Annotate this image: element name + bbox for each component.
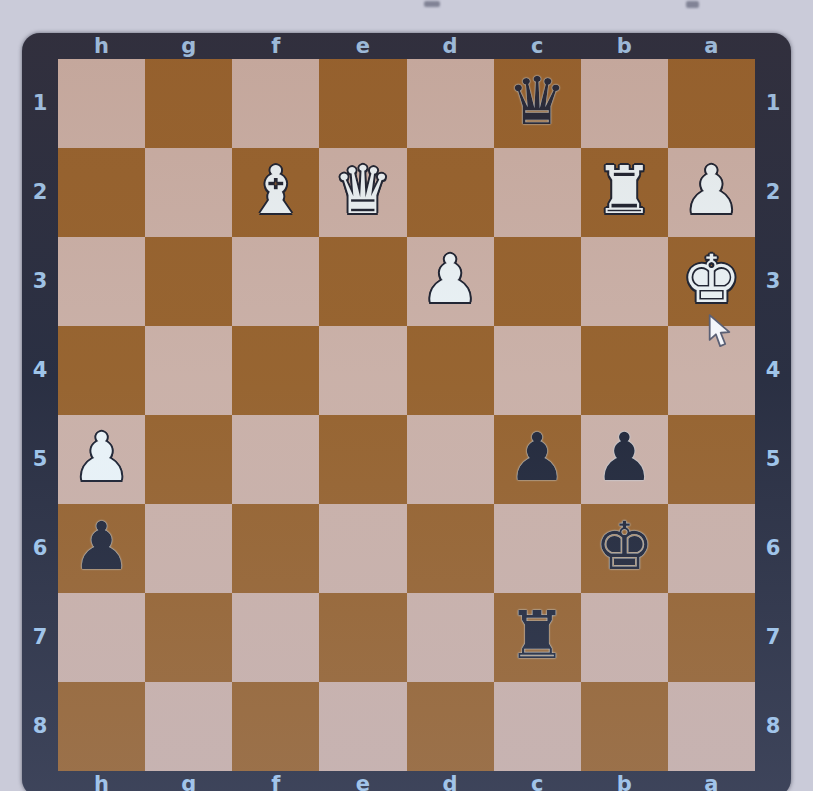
square-e4[interactable]	[319, 326, 406, 415]
file-label-bottom-d: d	[407, 771, 494, 791]
white-bishop-f2[interactable]: ♝	[246, 158, 305, 224]
board-grid: hhggffeeddccbbaa1122334455667788♛♝♛♜♟♟♚♟…	[22, 33, 791, 791]
square-d5[interactable]	[407, 415, 494, 504]
rank-label-left-7: 7	[22, 593, 58, 682]
rank-label-left-2: 2	[22, 148, 58, 237]
square-e5[interactable]	[319, 415, 406, 504]
file-label-top-a: a	[668, 33, 755, 59]
square-b4[interactable]	[581, 326, 668, 415]
square-c6[interactable]	[494, 504, 581, 593]
rank-label-left-4: 4	[22, 326, 58, 415]
cropped-text-fragment	[424, 1, 440, 7]
square-a6[interactable]	[668, 504, 755, 593]
square-c4[interactable]	[494, 326, 581, 415]
file-label-bottom-a: a	[668, 771, 755, 791]
square-h8[interactable]	[58, 682, 145, 771]
rank-label-right-7: 7	[755, 593, 791, 682]
square-e2[interactable]: ♛	[319, 148, 406, 237]
square-e7[interactable]	[319, 593, 406, 682]
square-h7[interactable]	[58, 593, 145, 682]
rank-label-left-5: 5	[22, 415, 58, 504]
square-g5[interactable]	[145, 415, 232, 504]
black-queen-c1[interactable]: ♛	[508, 69, 567, 135]
file-label-bottom-c: c	[494, 771, 581, 791]
square-f7[interactable]	[232, 593, 319, 682]
square-b5[interactable]: ♟	[581, 415, 668, 504]
square-a3[interactable]: ♚	[668, 237, 755, 326]
square-g3[interactable]	[145, 237, 232, 326]
square-d3[interactable]: ♟	[407, 237, 494, 326]
square-b3[interactable]	[581, 237, 668, 326]
rank-label-right-2: 2	[755, 148, 791, 237]
square-b2[interactable]: ♜	[581, 148, 668, 237]
square-g6[interactable]	[145, 504, 232, 593]
black-pawn-b5[interactable]: ♟	[595, 425, 654, 491]
file-label-top-c: c	[494, 33, 581, 59]
rank-label-left-3: 3	[22, 237, 58, 326]
square-h6[interactable]: ♟	[58, 504, 145, 593]
square-h3[interactable]	[58, 237, 145, 326]
square-d2[interactable]	[407, 148, 494, 237]
square-c5[interactable]: ♟	[494, 415, 581, 504]
square-b6[interactable]: ♚	[581, 504, 668, 593]
rank-label-right-8: 8	[755, 682, 791, 771]
square-a5[interactable]	[668, 415, 755, 504]
square-a1[interactable]	[668, 59, 755, 148]
rank-label-left-1: 1	[22, 59, 58, 148]
square-h5[interactable]: ♟	[58, 415, 145, 504]
black-pawn-h6[interactable]: ♟	[72, 514, 131, 580]
white-rook-b2[interactable]: ♜	[595, 158, 654, 224]
chess-board: hhggffeeddccbbaa1122334455667788♛♝♛♜♟♟♚♟…	[22, 33, 791, 791]
square-f3[interactable]	[232, 237, 319, 326]
square-b7[interactable]	[581, 593, 668, 682]
square-f2[interactable]: ♝	[232, 148, 319, 237]
rank-label-right-5: 5	[755, 415, 791, 504]
white-pawn-d3[interactable]: ♟	[420, 247, 479, 313]
white-queen-e2[interactable]: ♛	[333, 158, 392, 224]
file-label-top-d: d	[407, 33, 494, 59]
file-label-top-f: f	[232, 33, 319, 59]
rank-label-right-4: 4	[755, 326, 791, 415]
square-g8[interactable]	[145, 682, 232, 771]
square-e8[interactable]	[319, 682, 406, 771]
rank-label-right-6: 6	[755, 504, 791, 593]
square-d4[interactable]	[407, 326, 494, 415]
square-c8[interactable]	[494, 682, 581, 771]
square-d8[interactable]	[407, 682, 494, 771]
square-c2[interactable]	[494, 148, 581, 237]
cropped-text-fragment	[686, 1, 699, 8]
square-a2[interactable]: ♟	[668, 148, 755, 237]
square-a8[interactable]	[668, 682, 755, 771]
square-e6[interactable]	[319, 504, 406, 593]
black-pawn-c5[interactable]: ♟	[508, 425, 567, 491]
file-label-bottom-f: f	[232, 771, 319, 791]
white-pawn-a2[interactable]: ♟	[682, 158, 741, 224]
rank-label-right-3: 3	[755, 237, 791, 326]
square-a7[interactable]	[668, 593, 755, 682]
file-label-top-g: g	[145, 33, 232, 59]
file-label-bottom-b: b	[581, 771, 668, 791]
square-f4[interactable]	[232, 326, 319, 415]
white-pawn-h5[interactable]: ♟	[72, 425, 131, 491]
rank-label-right-1: 1	[755, 59, 791, 148]
square-e3[interactable]	[319, 237, 406, 326]
square-c7[interactable]: ♜	[494, 593, 581, 682]
file-label-top-e: e	[319, 33, 406, 59]
square-d6[interactable]	[407, 504, 494, 593]
square-d7[interactable]	[407, 593, 494, 682]
square-g4[interactable]	[145, 326, 232, 415]
file-label-top-h: h	[58, 33, 145, 59]
square-f8[interactable]	[232, 682, 319, 771]
square-a4[interactable]	[668, 326, 755, 415]
square-e1[interactable]	[319, 59, 406, 148]
rank-label-left-6: 6	[22, 504, 58, 593]
square-g2[interactable]	[145, 148, 232, 237]
screen: hhggffeeddccbbaa1122334455667788♛♝♛♜♟♟♚♟…	[0, 0, 813, 791]
black-rook-c7[interactable]: ♜	[508, 603, 567, 669]
square-c1[interactable]: ♛	[494, 59, 581, 148]
square-f5[interactable]	[232, 415, 319, 504]
file-label-bottom-h: h	[58, 771, 145, 791]
file-label-bottom-g: g	[145, 771, 232, 791]
square-g7[interactable]	[145, 593, 232, 682]
file-label-top-b: b	[581, 33, 668, 59]
white-king-a3[interactable]: ♚	[682, 247, 741, 313]
file-label-bottom-e: e	[319, 771, 406, 791]
square-h1[interactable]	[58, 59, 145, 148]
rank-label-left-8: 8	[22, 682, 58, 771]
square-h2[interactable]	[58, 148, 145, 237]
square-b8[interactable]	[581, 682, 668, 771]
square-b1[interactable]	[581, 59, 668, 148]
square-d1[interactable]	[407, 59, 494, 148]
square-f6[interactable]	[232, 504, 319, 593]
square-g1[interactable]	[145, 59, 232, 148]
black-king-b6[interactable]: ♚	[595, 514, 654, 580]
square-c3[interactable]	[494, 237, 581, 326]
square-f1[interactable]	[232, 59, 319, 148]
square-h4[interactable]	[58, 326, 145, 415]
